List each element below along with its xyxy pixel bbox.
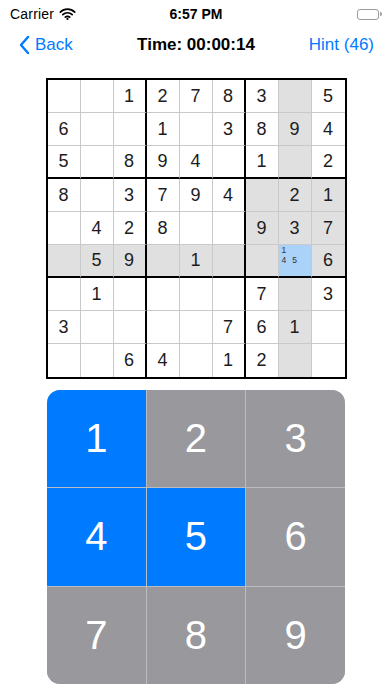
cell-r7c2[interactable]: 1 (81, 278, 114, 311)
cell-r4c9[interactable]: 1 (312, 179, 345, 212)
cell-r9c1[interactable] (48, 344, 81, 377)
sudoku-board: 1278356138945894128379421428937591145617… (46, 78, 347, 379)
cell-r2c6[interactable]: 3 (213, 113, 246, 146)
cell-r6c6[interactable] (213, 245, 246, 278)
pencil-mark-8 (289, 266, 300, 276)
cell-r3c6[interactable] (213, 146, 246, 179)
cell-r5c8[interactable]: 3 (279, 212, 312, 245)
cell-r3c9[interactable]: 2 (312, 146, 345, 179)
pencil-mark-7 (279, 266, 290, 276)
cell-r7c6[interactable] (213, 278, 246, 311)
cell-r8c2[interactable] (81, 311, 114, 344)
pad-button-1[interactable]: 1 (47, 390, 146, 487)
cell-r9c7[interactable]: 2 (246, 344, 279, 377)
cell-r6c5[interactable]: 1 (180, 245, 213, 278)
cell-r2c9[interactable]: 4 (312, 113, 345, 146)
cell-r2c1[interactable]: 6 (48, 113, 81, 146)
back-button[interactable]: Back (18, 35, 73, 55)
pencil-mark-5: 5 (289, 255, 300, 265)
cell-r2c5[interactable] (180, 113, 213, 146)
cell-r5c6[interactable] (213, 212, 246, 245)
cell-r7c1[interactable] (48, 278, 81, 311)
board-container: 1278356138945894128379421428937591145617… (0, 78, 392, 379)
cell-r4c5[interactable]: 9 (180, 179, 213, 212)
cell-r1c7[interactable]: 3 (246, 80, 279, 113)
cell-r6c4[interactable] (147, 245, 180, 278)
cell-r5c4[interactable]: 8 (147, 212, 180, 245)
pad-button-8[interactable]: 8 (147, 587, 246, 684)
cell-r3c8[interactable] (279, 146, 312, 179)
cell-r3c1[interactable]: 5 (48, 146, 81, 179)
cell-r6c3[interactable]: 9 (114, 245, 147, 278)
pencil-mark-3 (300, 245, 311, 255)
cell-r4c1[interactable]: 8 (48, 179, 81, 212)
cell-r2c3[interactable] (114, 113, 147, 146)
wifi-icon (59, 8, 76, 20)
cell-r6c7[interactable] (246, 245, 279, 278)
cell-r1c3[interactable]: 1 (114, 80, 147, 113)
battery-icon (357, 9, 382, 20)
cell-r8c7[interactable]: 6 (246, 311, 279, 344)
cell-r6c9[interactable]: 6 (312, 245, 345, 278)
cell-r8c6[interactable]: 7 (213, 311, 246, 344)
cell-r3c4[interactable]: 9 (147, 146, 180, 179)
cell-r7c9[interactable]: 3 (312, 278, 345, 311)
cell-r5c3[interactable]: 2 (114, 212, 147, 245)
cell-r9c5[interactable] (180, 344, 213, 377)
cell-r1c9[interactable]: 5 (312, 80, 345, 113)
status-bar: Carrier 6:57 PM (0, 0, 392, 26)
cell-r9c6[interactable]: 1 (213, 344, 246, 377)
cell-r8c5[interactable] (180, 311, 213, 344)
cell-r5c7[interactable]: 9 (246, 212, 279, 245)
pad-button-3[interactable]: 3 (246, 390, 345, 487)
cell-r8c3[interactable] (114, 311, 147, 344)
pencil-mark-2 (289, 245, 300, 255)
cell-r1c2[interactable] (81, 80, 114, 113)
cell-r1c5[interactable]: 7 (180, 80, 213, 113)
pad-button-4[interactable]: 4 (47, 488, 146, 585)
cell-r6c8[interactable]: 145 (279, 245, 312, 278)
cell-r9c3[interactable]: 6 (114, 344, 147, 377)
cell-r4c8[interactable]: 2 (279, 179, 312, 212)
cell-r5c5[interactable] (180, 212, 213, 245)
cell-r3c5[interactable]: 4 (180, 146, 213, 179)
pad-button-2[interactable]: 2 (147, 390, 246, 487)
cell-r9c9[interactable] (312, 344, 345, 377)
cell-r4c3[interactable]: 3 (114, 179, 147, 212)
cell-r5c2[interactable]: 4 (81, 212, 114, 245)
cell-r7c4[interactable] (147, 278, 180, 311)
pencil-mark-1: 1 (279, 245, 290, 255)
cell-r2c7[interactable]: 8 (246, 113, 279, 146)
pad-button-7[interactable]: 7 (47, 587, 146, 684)
cell-r4c7[interactable] (246, 179, 279, 212)
cell-r2c2[interactable] (81, 113, 114, 146)
cell-r5c9[interactable]: 7 (312, 212, 345, 245)
pencil-marks: 145 (279, 245, 311, 276)
cell-r6c1[interactable] (48, 245, 81, 278)
pencil-mark-4: 4 (279, 255, 290, 265)
hint-button[interactable]: Hint (46) (309, 35, 374, 55)
pad-button-9[interactable]: 9 (246, 587, 345, 684)
cell-r1c6[interactable]: 8 (213, 80, 246, 113)
nav-bar: Back Time: 00:00:14 Hint (46) (0, 30, 392, 60)
cell-r2c8[interactable]: 9 (279, 113, 312, 146)
carrier-label: Carrier (10, 6, 54, 22)
pencil-mark-9 (300, 266, 311, 276)
cell-r3c3[interactable]: 8 (114, 146, 147, 179)
cell-r8c9[interactable] (312, 311, 345, 344)
cell-r4c4[interactable]: 7 (147, 179, 180, 212)
cell-r7c7[interactable]: 7 (246, 278, 279, 311)
cell-r3c7[interactable]: 1 (246, 146, 279, 179)
cell-r9c8[interactable] (279, 344, 312, 377)
cell-r8c1[interactable]: 3 (48, 311, 81, 344)
cell-r9c2[interactable] (81, 344, 114, 377)
cell-r6c2[interactable]: 5 (81, 245, 114, 278)
cell-r8c8[interactable]: 1 (279, 311, 312, 344)
cell-r4c2[interactable] (81, 179, 114, 212)
chevron-left-icon (18, 35, 30, 55)
cell-r2c4[interactable]: 1 (147, 113, 180, 146)
cell-r1c4[interactable]: 2 (147, 80, 180, 113)
cell-r7c8[interactable] (279, 278, 312, 311)
cell-r7c5[interactable] (180, 278, 213, 311)
cell-r4c6[interactable]: 4 (213, 179, 246, 212)
cell-r9c4[interactable]: 4 (147, 344, 180, 377)
pencil-mark-6 (300, 255, 311, 265)
cell-r1c8[interactable] (279, 80, 312, 113)
cell-r3c2[interactable] (81, 146, 114, 179)
back-label: Back (35, 35, 73, 55)
number-pad: 123456789 (47, 390, 345, 684)
cell-r8c4[interactable] (147, 311, 180, 344)
cell-r1c1[interactable] (48, 80, 81, 113)
pad-button-6[interactable]: 6 (246, 488, 345, 585)
cell-r5c1[interactable] (48, 212, 81, 245)
cell-r7c3[interactable] (114, 278, 147, 311)
pad-container: 123456789 (0, 390, 392, 684)
pad-button-5[interactable]: 5 (147, 488, 246, 585)
